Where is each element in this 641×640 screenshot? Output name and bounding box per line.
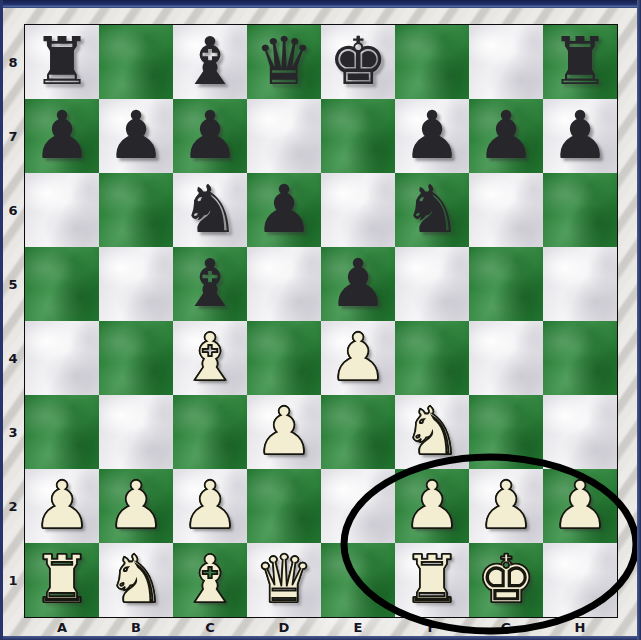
white-pawn[interactable]: ♟ [395,469,469,543]
square-a5[interactable] [25,247,99,321]
chess-board-frame: ♜♝♛♚♜♟♟♟♟♟♟♞♟♞♝♟♝♟♟♞♟♟♟♟♟♟♜♞♝♛♜♚ 8765432… [0,0,641,640]
square-f7[interactable]: ♟ [395,99,469,173]
square-h7[interactable]: ♟ [543,99,617,173]
frame-border-top [0,0,641,8]
black-rook[interactable]: ♜ [543,25,617,99]
black-pawn[interactable]: ♟ [25,99,99,173]
square-h2[interactable]: ♟ [543,469,617,543]
square-e6[interactable] [321,173,395,247]
square-a6[interactable] [25,173,99,247]
square-h3[interactable] [543,395,617,469]
square-d7[interactable] [247,99,321,173]
frame-border-bottom [0,636,641,640]
square-g5[interactable] [469,247,543,321]
black-pawn[interactable]: ♟ [321,247,395,321]
white-pawn[interactable]: ♟ [25,469,99,543]
square-g4[interactable] [469,321,543,395]
square-d5[interactable] [247,247,321,321]
square-g8[interactable] [469,25,543,99]
rank-label-6: 6 [3,173,23,247]
white-knight[interactable]: ♞ [395,395,469,469]
white-rook[interactable]: ♜ [395,543,469,617]
board-grid: ♜♝♛♚♜♟♟♟♟♟♟♞♟♞♝♟♝♟♟♞♟♟♟♟♟♟♜♞♝♛♜♚ [25,25,617,617]
square-h4[interactable] [543,321,617,395]
square-d8[interactable]: ♛ [247,25,321,99]
square-f2[interactable]: ♟ [395,469,469,543]
black-pawn[interactable]: ♟ [173,99,247,173]
rank-label-7: 7 [3,99,23,173]
white-knight[interactable]: ♞ [99,543,173,617]
square-a1[interactable]: ♜ [25,543,99,617]
rank-label-1: 1 [3,543,23,617]
square-e1[interactable] [321,543,395,617]
square-d2[interactable] [247,469,321,543]
square-h8[interactable]: ♜ [543,25,617,99]
black-bishop[interactable]: ♝ [173,247,247,321]
square-b5[interactable] [99,247,173,321]
rank-label-4: 4 [3,321,23,395]
black-knight[interactable]: ♞ [173,173,247,247]
square-g6[interactable] [469,173,543,247]
black-pawn[interactable]: ♟ [469,99,543,173]
square-f8[interactable] [395,25,469,99]
square-c6[interactable]: ♞ [173,173,247,247]
square-f3[interactable]: ♞ [395,395,469,469]
square-a2[interactable]: ♟ [25,469,99,543]
square-g3[interactable] [469,395,543,469]
white-pawn[interactable]: ♟ [173,469,247,543]
square-h5[interactable] [543,247,617,321]
square-e3[interactable] [321,395,395,469]
square-b1[interactable]: ♞ [99,543,173,617]
square-b7[interactable]: ♟ [99,99,173,173]
white-pawn[interactable]: ♟ [247,395,321,469]
square-f5[interactable] [395,247,469,321]
black-knight[interactable]: ♞ [395,173,469,247]
square-e2[interactable] [321,469,395,543]
square-b4[interactable] [99,321,173,395]
rank-label-8: 8 [3,25,23,99]
frame-border-right [637,0,641,640]
square-a4[interactable] [25,321,99,395]
square-h6[interactable] [543,173,617,247]
square-h1[interactable] [543,543,617,617]
white-bishop[interactable]: ♝ [173,321,247,395]
square-g2[interactable]: ♟ [469,469,543,543]
black-pawn[interactable]: ♟ [99,99,173,173]
square-a8[interactable]: ♜ [25,25,99,99]
square-d4[interactable] [247,321,321,395]
file-label-c: C [173,619,247,636]
file-label-g: G [469,619,543,636]
white-pawn[interactable]: ♟ [99,469,173,543]
square-c2[interactable]: ♟ [173,469,247,543]
square-f1[interactable]: ♜ [395,543,469,617]
frame-border-left [0,0,3,640]
file-label-b: B [99,619,173,636]
white-king[interactable]: ♚ [469,543,543,617]
square-g1[interactable]: ♚ [469,543,543,617]
square-b6[interactable] [99,173,173,247]
file-label-h: H [543,619,617,636]
square-c5[interactable]: ♝ [173,247,247,321]
square-f6[interactable]: ♞ [395,173,469,247]
square-b3[interactable] [99,395,173,469]
white-pawn[interactable]: ♟ [543,469,617,543]
white-pawn[interactable]: ♟ [321,321,395,395]
black-pawn[interactable]: ♟ [543,99,617,173]
file-label-d: D [247,619,321,636]
square-c1[interactable]: ♝ [173,543,247,617]
file-label-f: F [395,619,469,636]
rank-label-2: 2 [3,469,23,543]
square-c3[interactable] [173,395,247,469]
square-c4[interactable]: ♝ [173,321,247,395]
square-b2[interactable]: ♟ [99,469,173,543]
black-pawn[interactable]: ♟ [395,99,469,173]
square-f4[interactable] [395,321,469,395]
square-a7[interactable]: ♟ [25,99,99,173]
square-e8[interactable]: ♚ [321,25,395,99]
rank-label-5: 5 [3,247,23,321]
square-a3[interactable] [25,395,99,469]
black-rook[interactable]: ♜ [25,25,99,99]
white-rook[interactable]: ♜ [25,543,99,617]
square-e7[interactable] [321,99,395,173]
square-d1[interactable]: ♛ [247,543,321,617]
black-king[interactable]: ♚ [321,25,395,99]
white-pawn[interactable]: ♟ [469,469,543,543]
white-bishop[interactable]: ♝ [173,543,247,617]
square-b8[interactable] [99,25,173,99]
chess-board: ♜♝♛♚♜♟♟♟♟♟♟♞♟♞♝♟♝♟♟♞♟♟♟♟♟♟♜♞♝♛♜♚ [24,24,618,618]
file-label-e: E [321,619,395,636]
square-e4[interactable]: ♟ [321,321,395,395]
white-queen[interactable]: ♛ [247,543,321,617]
file-label-a: A [25,619,99,636]
black-pawn[interactable]: ♟ [247,173,321,247]
square-c7[interactable]: ♟ [173,99,247,173]
rank-label-3: 3 [3,395,23,469]
black-queen[interactable]: ♛ [247,25,321,99]
black-bishop[interactable]: ♝ [173,25,247,99]
square-d6[interactable]: ♟ [247,173,321,247]
square-c8[interactable]: ♝ [173,25,247,99]
square-g7[interactable]: ♟ [469,99,543,173]
square-e5[interactable]: ♟ [321,247,395,321]
square-d3[interactable]: ♟ [247,395,321,469]
